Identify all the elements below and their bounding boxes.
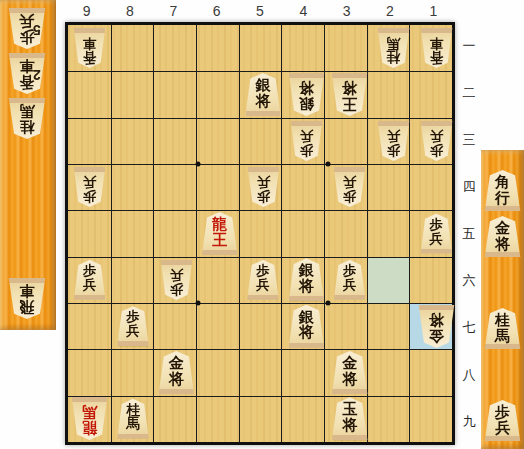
rank-label-8: 八 — [455, 351, 483, 398]
piece-kanji: 金将 — [342, 351, 357, 386]
piece-kanji: 歩兵 — [343, 175, 357, 207]
file-label-9: 9 — [65, 1, 108, 21]
shogi-app: 歩兵5香車2桂馬飛車 角行金将桂馬歩兵 987654321 一二三四五六七八九 … — [0, 0, 524, 449]
sente-金将-78[interactable]: 金将 — [158, 351, 195, 394]
gote-歩兵-43[interactable]: 歩兵 — [290, 121, 323, 161]
piece-kanji: 金将 — [429, 312, 444, 347]
gote-歩兵-34[interactable]: 歩兵 — [333, 167, 366, 207]
rank-label-7: 七 — [455, 304, 483, 351]
gote-hand-count-香車: 2 — [33, 67, 41, 83]
piece-kanji: 歩兵 — [126, 306, 140, 338]
piece-kanji: 銀将 — [256, 73, 271, 108]
file-label-8: 8 — [108, 1, 151, 21]
piece-kanji: 歩兵 — [430, 214, 444, 246]
star-point — [326, 301, 331, 306]
gote-hand-count-歩兵: 5 — [33, 22, 41, 38]
gote-飛車[interactable]: 飛車 — [8, 278, 46, 319]
gote-歩兵-54[interactable]: 歩兵 — [247, 167, 280, 207]
star-point — [196, 301, 201, 306]
piece-kanji: 角行 — [495, 170, 510, 205]
gote-歩兵-94[interactable]: 歩兵 — [73, 167, 106, 207]
sente-玉将-39[interactable]: 玉将 — [331, 397, 368, 440]
gote-歩兵-23[interactable]: 歩兵 — [377, 121, 410, 161]
piece-kanji: 歩兵 — [343, 260, 357, 292]
file-label-2: 2 — [368, 1, 411, 21]
piece-kanji: 歩兵 — [300, 129, 314, 161]
sente-歩兵-96[interactable]: 歩兵 — [73, 260, 106, 300]
gote-歩兵-13[interactable]: 歩兵 — [420, 121, 453, 161]
rank-label-6: 六 — [455, 257, 483, 304]
piece-kanji: 龍馬 — [82, 405, 97, 440]
piece-kanji: 歩兵 — [386, 129, 400, 161]
piece-kanji: 香車 — [430, 36, 444, 68]
piece-kanji: 歩兵 — [256, 175, 270, 207]
piece-kanji: 金将 — [169, 351, 184, 386]
sente-歩兵-15[interactable]: 歩兵 — [420, 214, 453, 254]
piece-kanji: 銀将 — [299, 258, 314, 293]
gote-歩兵-76[interactable]: 歩兵 — [160, 260, 193, 300]
sente-桂馬[interactable]: 桂馬 — [484, 308, 521, 349]
sente-銀将-47[interactable]: 銀将 — [288, 305, 325, 348]
star-point — [326, 162, 331, 167]
sente-龍王-65[interactable]: 龍王 — [201, 212, 238, 255]
rank-label-2: 二 — [455, 69, 483, 116]
piece-kanji: 金将 — [495, 216, 510, 251]
file-label-5: 5 — [238, 1, 281, 21]
gote-王将-32[interactable]: 王将 — [331, 73, 368, 116]
star-point — [196, 162, 201, 167]
file-label-3: 3 — [325, 1, 368, 21]
sente-歩兵-36[interactable]: 歩兵 — [333, 260, 366, 300]
file-labels: 987654321 — [65, 1, 455, 21]
sente-金将-38[interactable]: 金将 — [331, 351, 368, 394]
file-label-1: 1 — [412, 1, 455, 21]
rank-label-3: 三 — [455, 116, 483, 163]
sente-桂馬-89[interactable]: 桂馬 — [117, 399, 150, 439]
piece-kanji: 桂馬 — [20, 104, 35, 139]
board: 香車桂馬香車銀将銀将王将歩兵歩兵歩兵歩兵歩兵歩兵龍王歩兵歩兵歩兵歩兵銀将歩兵歩兵… — [65, 22, 455, 445]
piece-kanji: 王将 — [342, 81, 357, 116]
piece-kanji: 歩兵 — [83, 175, 97, 207]
piece-kanji: 歩兵 — [430, 129, 444, 161]
piece-kanji: 龍王 — [212, 212, 227, 247]
sente-金将[interactable]: 金将 — [484, 216, 521, 257]
piece-kanji: 銀将 — [299, 81, 314, 116]
piece-kanji: 歩兵 — [170, 268, 184, 300]
sente-歩兵-87[interactable]: 歩兵 — [117, 306, 150, 346]
file-label-7: 7 — [152, 1, 195, 21]
gote-captured-tray: 歩兵5香車2桂馬飛車 — [0, 0, 56, 330]
file-label-6: 6 — [195, 1, 238, 21]
sente-銀将-52[interactable]: 銀将 — [245, 73, 282, 116]
sente-歩兵-56[interactable]: 歩兵 — [247, 260, 280, 300]
gote-香車-91[interactable]: 香車 — [73, 28, 106, 68]
piece-kanji: 歩兵 — [83, 260, 97, 292]
sente-銀将-46[interactable]: 銀将 — [288, 258, 325, 301]
gote-龍馬-99[interactable]: 龍馬 — [71, 397, 108, 440]
piece-kanji: 玉将 — [342, 397, 357, 432]
gote-桂馬[interactable]: 桂馬 — [8, 98, 46, 139]
rank-label-1: 一 — [455, 22, 483, 69]
piece-kanji: 桂馬 — [126, 399, 140, 431]
file-label-4: 4 — [282, 1, 325, 21]
sente-captured-tray: 角行金将桂馬歩兵 — [481, 150, 524, 449]
piece-kanji: 歩兵 — [256, 260, 270, 292]
gote-金将-17[interactable]: 金将 — [418, 305, 455, 348]
rank-labels: 一二三四五六七八九 — [455, 22, 483, 445]
sente-歩兵[interactable]: 歩兵 — [484, 400, 521, 441]
piece-kanji: 桂馬 — [495, 308, 510, 343]
piece-kanji: 桂馬 — [386, 36, 400, 68]
piece-kanji: 歩兵 — [495, 400, 510, 435]
gote-香車-11[interactable]: 香車 — [420, 28, 453, 68]
piece-kanji: 銀将 — [299, 305, 314, 340]
gote-銀将-42[interactable]: 銀将 — [288, 73, 325, 116]
rank-label-4: 四 — [455, 163, 483, 210]
rank-label-9: 九 — [455, 398, 483, 445]
piece-kanji: 香車 — [83, 36, 97, 68]
sente-角行[interactable]: 角行 — [484, 170, 521, 211]
gote-桂馬-21[interactable]: 桂馬 — [377, 28, 410, 68]
rank-label-5: 五 — [455, 210, 483, 257]
piece-kanji: 飛車 — [20, 284, 35, 319]
